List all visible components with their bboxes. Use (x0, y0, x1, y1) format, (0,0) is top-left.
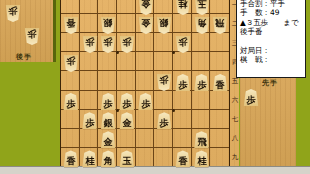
piece-kanji: 歩 (178, 36, 187, 47)
piece-kanji: 歩 (122, 99, 131, 110)
piece-kanji: 歩 (141, 99, 150, 110)
board-square-3-7[interactable] (173, 110, 192, 129)
board-square-8-6[interactable] (80, 91, 99, 110)
board-square-7-4[interactable] (98, 52, 117, 71)
piece-kanji: 銀 (104, 118, 113, 129)
board-square-5-4[interactable] (136, 52, 155, 71)
board-square-8-4[interactable] (80, 52, 99, 71)
piece-kanji: 歩 (178, 79, 187, 90)
piece-kanji: 歩 (66, 55, 75, 66)
info-panel-line-5: 対局日： (240, 46, 304, 55)
board-square-2-3[interactable] (192, 33, 211, 52)
board-square-5-8[interactable] (136, 129, 155, 148)
board-square-3-6[interactable] (173, 91, 192, 110)
board-square-6-8[interactable] (117, 129, 136, 148)
piece-kanji: 桂 (85, 156, 94, 167)
board-square-6-4[interactable] (117, 52, 136, 71)
board-square-5-9[interactable] (136, 148, 155, 167)
piece-kanji: 金 (122, 118, 131, 129)
board-square-4-9[interactable] (154, 148, 173, 167)
piece-kanji: 歩 (85, 36, 94, 47)
shogi-app-window: 後手 一二三四五六七八九 先手 手合割：平手手 数：49▲３五歩 まで後手番対局… (0, 0, 310, 174)
board-square-9-5[interactable] (61, 71, 80, 90)
board-square-5-5[interactable] (136, 71, 155, 90)
rank-label-5: 五 (231, 78, 239, 85)
info-panel-line-3: 後手番 (240, 27, 304, 36)
piece-kanji: 銀 (104, 17, 113, 28)
board-square-1-6[interactable] (210, 91, 229, 110)
board-square-3-8[interactable] (173, 129, 192, 148)
game-info-panel: 手合割：平手手 数：49▲３五歩 まで後手番対局日：棋 戦： (236, 0, 306, 78)
piece-kanji: 香 (66, 17, 75, 28)
board-square-1-3[interactable] (210, 33, 229, 52)
info-panel-line-6: 棋 戦： (240, 55, 304, 64)
piece-kanji: 歩 (85, 118, 94, 129)
board-square-6-2[interactable] (117, 14, 136, 33)
hoshi-star-point (116, 109, 119, 112)
board-square-9-7[interactable] (61, 110, 80, 129)
board-square-4-3[interactable] (154, 33, 173, 52)
board-square-8-2[interactable] (80, 14, 99, 33)
piece-kanji: 飛 (197, 137, 206, 148)
piece-kanji: 歩 (8, 5, 17, 16)
piece-kanji: 角 (197, 17, 206, 28)
piece-kanji: 飛 (216, 17, 225, 28)
info-panel-line-4 (240, 36, 304, 45)
piece-kanji: 香 (66, 156, 75, 167)
info-panel-line-0: 手合割：平手 (240, 0, 304, 8)
board-square-5-3[interactable] (136, 33, 155, 52)
piece-kanji: 銀 (160, 17, 169, 28)
board-square-3-4[interactable] (173, 52, 192, 71)
piece-kanji: 桂 (197, 156, 206, 167)
board-square-2-4[interactable] (192, 52, 211, 71)
board-square-2-6[interactable] (192, 91, 211, 110)
board-square-1-9[interactable] (210, 148, 229, 167)
board-square-1-1[interactable] (210, 0, 229, 14)
piece-kanji: 歩 (27, 28, 36, 39)
rank-label-8: 八 (231, 135, 239, 142)
rank-label-7: 七 (231, 116, 239, 123)
piece-kanji: 角 (104, 156, 113, 167)
rank-label-6: 六 (231, 97, 239, 104)
board-square-9-1[interactable] (61, 0, 80, 14)
info-panel-line-1: 手 数：49 (240, 8, 304, 17)
board-square-8-8[interactable] (80, 129, 99, 148)
piece-kanji: 金 (141, 0, 150, 9)
piece-kanji: 金 (141, 17, 150, 28)
board-square-6-5[interactable] (117, 71, 136, 90)
piece-kanji: 歩 (197, 79, 206, 90)
board-square-7-1[interactable] (98, 0, 117, 14)
board-square-1-4[interactable] (210, 52, 229, 71)
board-square-4-4[interactable] (154, 52, 173, 71)
board-square-7-5[interactable] (98, 71, 117, 90)
board-square-4-8[interactable] (154, 129, 173, 148)
board-square-8-5[interactable] (80, 71, 99, 90)
piece-kanji: 歩 (104, 99, 113, 110)
piece-kanji: 金 (104, 137, 113, 148)
rank-label-9: 九 (231, 154, 239, 161)
board-square-4-6[interactable] (154, 91, 173, 110)
piece-kanji: 歩 (246, 94, 255, 105)
board-square-8-1[interactable] (80, 0, 99, 14)
piece-kanji: 歩 (122, 36, 131, 47)
board-square-9-3[interactable] (61, 33, 80, 52)
piece-kanji: 香 (216, 79, 225, 90)
board-square-4-1[interactable] (154, 0, 173, 14)
piece-kanji: 歩 (104, 36, 113, 47)
piece-kanji: 玉 (197, 0, 206, 9)
hoshi-star-point (172, 109, 175, 112)
board-square-2-7[interactable] (192, 110, 211, 129)
piece-kanji: 歩 (160, 118, 169, 129)
status-bar (0, 166, 310, 174)
piece-kanji: 香 (178, 156, 187, 167)
piece-kanji: 歩 (160, 74, 169, 85)
info-panel-line-2: ▲３五歩 まで (240, 18, 304, 27)
board-square-5-7[interactable] (136, 110, 155, 129)
board-square-1-8[interactable] (210, 129, 229, 148)
sente-label: 先手 (262, 78, 278, 88)
board-square-1-7[interactable] (210, 110, 229, 129)
board-square-9-8[interactable] (61, 129, 80, 148)
gote-label: 後手 (16, 52, 32, 62)
piece-kanji: 玉 (122, 156, 131, 167)
board-square-3-2[interactable] (173, 14, 192, 33)
piece-kanji: 歩 (66, 99, 75, 110)
piece-kanji: 桂 (178, 0, 187, 9)
board-square-6-1[interactable] (117, 0, 136, 14)
